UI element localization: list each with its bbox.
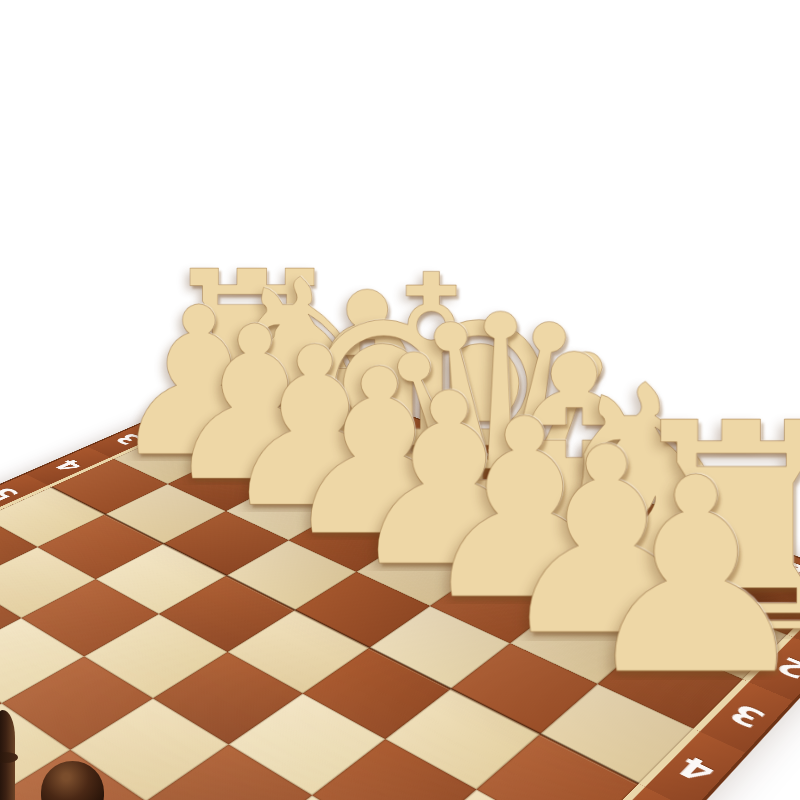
black-pawn-cropped-left-edge bbox=[0, 710, 15, 800]
chess-board: HGFEDCBA1♜♞♝♚♛♝♞♜12♟♟♟♟♟♟♟♟2334455667788… bbox=[0, 367, 800, 800]
chess-set-photo: HGFEDCBA1♜♞♝♚♛♝♞♜12♟♟♟♟♟♟♟♟2334455667788… bbox=[0, 0, 800, 800]
rank-label-right-3-label: 3 bbox=[724, 700, 771, 733]
board-scene: HGFEDCBA1♜♞♝♚♛♝♞♜12♟♟♟♟♟♟♟♟2334455667788… bbox=[0, 0, 800, 800]
rank-label-right-4-label: 4 bbox=[671, 751, 721, 787]
